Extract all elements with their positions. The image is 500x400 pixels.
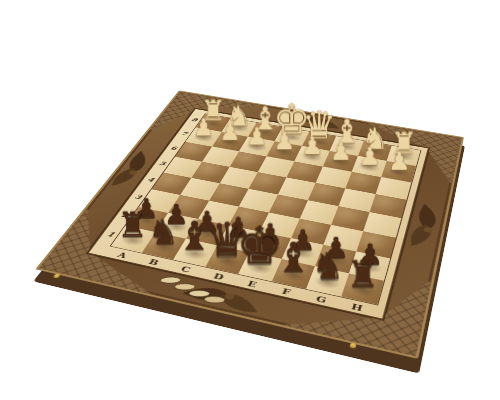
photo-scene: 87654321 ABCDEFGH ♜♞♝♚♛♝♞♜♟♟♟♟♟♟♟♟♟♟♟♟♟♟… [0, 0, 500, 400]
light-pawn-g7: ♟ [358, 143, 380, 168]
light-pawn-d7: ♟ [273, 129, 295, 153]
light-pawn-c7: ♟ [246, 124, 267, 148]
light-pawn-h7: ♟ [388, 148, 410, 173]
chess-case: 87654321 ABCDEFGH ♜♞♝♚♛♝♞♜♟♟♟♟♟♟♟♟♟♟♟♟♟♟… [35, 90, 464, 358]
dark-rook-h1: ♜ [346, 255, 379, 292]
dark-knight-b1: ♞ [147, 214, 178, 249]
dark-rook-a1: ♜ [117, 208, 148, 242]
light-pawn-a7: ♟ [193, 115, 214, 139]
light-pawn-e7: ♟ [301, 134, 323, 158]
light-pawn-b7: ♟ [219, 120, 240, 144]
dark-knight-g1: ♞ [311, 248, 344, 285]
light-pawn-f7: ♟ [329, 138, 351, 163]
dark-bishop-f1: ♝ [275, 237, 312, 278]
